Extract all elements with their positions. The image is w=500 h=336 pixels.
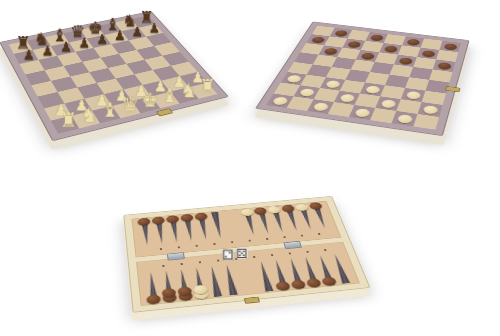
checkers-set-photo[interactable] [255,21,469,136]
chess-square [89,68,115,83]
checker-piece-dark [360,52,375,60]
backgammon-checker-dark [321,276,337,286]
checker-piece-dark [421,50,436,58]
backgammon-checker-dark [151,216,165,224]
chess-square: ♟ [14,50,39,64]
checker-piece-light [380,99,397,108]
checker-piece-light [312,102,329,112]
chess-piece-r: ♜ [57,110,79,130]
checker-piece-dark [443,43,457,50]
backgammon-checker-dark [254,207,268,215]
chess-piece-b: ♝ [159,86,180,105]
checkers-square [413,57,436,69]
chess-piece-n: ♞ [78,105,100,125]
chess-piece-q: ♛ [119,95,141,115]
backgammon-point [268,249,291,291]
checker-piece-dark [369,34,384,41]
chess-piece-p: ♟ [75,36,94,49]
chess-piece-p: ♟ [145,21,164,34]
checkers-board [266,26,461,130]
checker-piece-light [364,85,380,94]
chess-piece-r: ♜ [197,77,218,96]
chess-piece-b: ♝ [99,100,121,120]
checker-piece-light [271,96,289,105]
checkers-square [413,114,439,130]
checker-piece-light [285,74,302,83]
backgammon-checker-dark [146,294,161,305]
backgammon-checker-dark [306,278,322,288]
checker-piece-dark [398,57,413,65]
checker-piece-light [354,108,371,118]
die-icon: ⚄ [237,248,248,259]
product-photo-canvas: ♜♞♝♛♚♝♞♜♟♟♟♟♟♟♟♟♟♟♟♟♟♟♟♟♜♞♝♛♚♝♞♜ ⚄⚁ [0,0,500,336]
checker-piece-dark [406,38,420,45]
backgammon-checker-dark [137,218,150,226]
backgammon-checker-dark [166,215,180,223]
backgammon-checker-light [240,208,254,216]
checker-piece-dark [334,30,349,37]
checkers-square [433,59,456,72]
chess-board: ♜♞♝♛♚♝♞♜♟♟♟♟♟♟♟♟♟♟♟♟♟♟♟♟♜♞♝♛♚♝♞♜ [9,16,218,134]
checker-piece-dark [346,41,361,48]
checker-piece-light [298,88,315,97]
backgammon-checker-dark [275,281,291,291]
chess-piece-p: ♟ [128,25,147,38]
checker-piece-dark [310,36,325,43]
checker-piece-light [324,80,341,89]
chess-piece-p: ♟ [38,44,58,58]
backgammon-point-triangle [161,270,176,302]
chess-piece-p: ♟ [56,40,75,54]
checker-piece-dark [323,47,338,55]
backgammon-checker-light [295,203,310,211]
backgammon-checker-dark [308,202,323,210]
die-icon: ⚁ [222,249,233,260]
chess-piece-p: ♟ [93,32,112,45]
chess-piece-p: ♟ [110,29,129,42]
backgammon-point-triangle [256,261,275,292]
backgammon-point-triangle [207,266,224,298]
checker-piece-dark [383,45,398,53]
checker-piece-light [339,93,356,102]
checker-piece-dark [437,62,452,70]
backgammon-point-triangle [210,212,226,239]
backgammon-set-photo[interactable]: ⚄⚁ [123,196,370,313]
chess-piece-k: ♚ [139,91,161,110]
backgammon-checker-dark [180,214,194,222]
chess-piece-p: ♟ [19,48,39,62]
chess-piece-n: ♞ [178,81,199,100]
backgammon-point-triangle [222,264,239,295]
backgammon-checker-dark [194,212,208,220]
checker-piece-light [422,105,438,115]
checkers-square [328,102,355,117]
backgammon-checker-light [267,206,281,214]
checker-piece-light [405,90,421,99]
backgammon-checker-dark [281,204,295,212]
chess-square [137,46,163,60]
checkers-square [307,99,334,114]
checker-piece-light [396,114,413,124]
chess-set-photo[interactable]: ♜♞♝♛♚♝♞♜♟♟♟♟♟♟♟♟♟♟♟♟♟♟♟♟♜♞♝♛♚♝♞♜ [0,11,229,141]
chess-board-frame: ♜♞♝♛♚♝♞♜♟♟♟♟♟♟♟♟♟♟♟♟♟♟♟♟♜♞♝♛♚♝♞♜ [0,11,229,141]
